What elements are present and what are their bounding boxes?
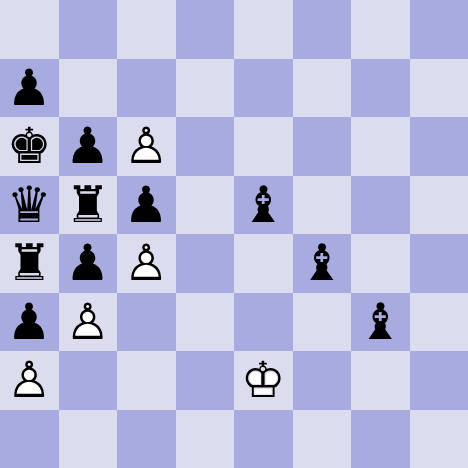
square-c8[interactable] [117, 0, 176, 59]
white-piece-outline: ♔ [234, 351, 293, 410]
square-e6[interactable] [234, 117, 293, 176]
black-queen-piece[interactable]: ♛ [0, 176, 59, 235]
square-c3[interactable] [117, 293, 176, 352]
square-c7[interactable] [117, 59, 176, 118]
square-e8[interactable] [234, 0, 293, 59]
square-h8[interactable] [410, 0, 468, 59]
square-e3[interactable] [234, 293, 293, 352]
square-e1[interactable] [234, 410, 293, 468]
black-pawn-piece[interactable]: ♟ [0, 293, 59, 352]
black-piece-glyph: ♟ [117, 176, 176, 235]
black-rook-piece[interactable]: ♜ [59, 176, 118, 235]
square-d6[interactable] [176, 117, 235, 176]
square-a8[interactable] [0, 0, 59, 59]
white-piece-outline: ♙ [117, 234, 176, 293]
black-piece-glyph: ♝ [293, 234, 352, 293]
square-h7[interactable] [410, 59, 468, 118]
square-g7[interactable] [351, 59, 410, 118]
square-e4[interactable] [234, 234, 293, 293]
square-h6[interactable] [410, 117, 468, 176]
square-c5[interactable]: ♟ [117, 176, 176, 235]
black-pawn-piece[interactable]: ♟ [0, 59, 59, 118]
square-f3[interactable] [293, 293, 352, 352]
chess-board: ♟♚♟♟♙♛♜♟♝♜♟♟♙♝♟♟♙♝♟♙♚♔ [0, 0, 468, 468]
square-f1[interactable] [293, 410, 352, 468]
square-d4[interactable] [176, 234, 235, 293]
black-pawn-piece[interactable]: ♟ [117, 176, 176, 235]
black-piece-glyph: ♟ [59, 234, 118, 293]
black-bishop-piece[interactable]: ♝ [293, 234, 352, 293]
square-c1[interactable] [117, 410, 176, 468]
square-b7[interactable] [59, 59, 118, 118]
square-h1[interactable] [410, 410, 468, 468]
square-e7[interactable] [234, 59, 293, 118]
square-g6[interactable] [351, 117, 410, 176]
white-piece-outline: ♙ [117, 117, 176, 176]
black-bishop-piece[interactable]: ♝ [234, 176, 293, 235]
square-a4[interactable]: ♜ [0, 234, 59, 293]
square-c4[interactable]: ♟♙ [117, 234, 176, 293]
square-g1[interactable] [351, 410, 410, 468]
square-g4[interactable] [351, 234, 410, 293]
square-e2[interactable]: ♚♔ [234, 351, 293, 410]
square-g3[interactable]: ♝ [351, 293, 410, 352]
square-g8[interactable] [351, 0, 410, 59]
black-bishop-piece[interactable]: ♝ [351, 293, 410, 352]
square-f2[interactable] [293, 351, 352, 410]
square-d8[interactable] [176, 0, 235, 59]
white-king-piece[interactable]: ♚♔ [234, 351, 293, 410]
square-f7[interactable] [293, 59, 352, 118]
black-piece-glyph: ♝ [351, 293, 410, 352]
square-a7[interactable]: ♟ [0, 59, 59, 118]
square-b1[interactable] [59, 410, 118, 468]
square-f6[interactable] [293, 117, 352, 176]
square-f5[interactable] [293, 176, 352, 235]
square-d2[interactable] [176, 351, 235, 410]
square-g2[interactable] [351, 351, 410, 410]
square-a3[interactable]: ♟ [0, 293, 59, 352]
square-b5[interactable]: ♜ [59, 176, 118, 235]
square-h3[interactable] [410, 293, 468, 352]
black-rook-piece[interactable]: ♜ [0, 234, 59, 293]
black-pawn-piece[interactable]: ♟ [59, 117, 118, 176]
square-b2[interactable] [59, 351, 118, 410]
square-b8[interactable] [59, 0, 118, 59]
black-piece-glyph: ♟ [0, 293, 59, 352]
square-h2[interactable] [410, 351, 468, 410]
square-g5[interactable] [351, 176, 410, 235]
white-pawn-piece[interactable]: ♟♙ [117, 117, 176, 176]
square-d7[interactable] [176, 59, 235, 118]
square-b4[interactable]: ♟ [59, 234, 118, 293]
square-a1[interactable] [0, 410, 59, 468]
square-h5[interactable] [410, 176, 468, 235]
square-d5[interactable] [176, 176, 235, 235]
square-b3[interactable]: ♟♙ [59, 293, 118, 352]
square-f8[interactable] [293, 0, 352, 59]
square-b6[interactable]: ♟ [59, 117, 118, 176]
square-d3[interactable] [176, 293, 235, 352]
white-piece-outline: ♙ [59, 293, 118, 352]
white-pawn-piece[interactable]: ♟♙ [59, 293, 118, 352]
square-a6[interactable]: ♚ [0, 117, 59, 176]
white-pawn-piece[interactable]: ♟♙ [117, 234, 176, 293]
black-piece-glyph: ♚ [0, 117, 59, 176]
white-piece-outline: ♙ [0, 351, 59, 410]
square-c6[interactable]: ♟♙ [117, 117, 176, 176]
square-a5[interactable]: ♛ [0, 176, 59, 235]
black-king-piece[interactable]: ♚ [0, 117, 59, 176]
black-piece-glyph: ♜ [0, 234, 59, 293]
square-f4[interactable]: ♝ [293, 234, 352, 293]
black-piece-glyph: ♟ [59, 117, 118, 176]
black-piece-glyph: ♟ [0, 59, 59, 118]
square-c2[interactable] [117, 351, 176, 410]
square-h4[interactable] [410, 234, 468, 293]
black-piece-glyph: ♛ [0, 176, 59, 235]
square-e5[interactable]: ♝ [234, 176, 293, 235]
black-piece-glyph: ♜ [59, 176, 118, 235]
black-pawn-piece[interactable]: ♟ [59, 234, 118, 293]
black-piece-glyph: ♝ [234, 176, 293, 235]
square-d1[interactable] [176, 410, 235, 468]
white-pawn-piece[interactable]: ♟♙ [0, 351, 59, 410]
square-a2[interactable]: ♟♙ [0, 351, 59, 410]
